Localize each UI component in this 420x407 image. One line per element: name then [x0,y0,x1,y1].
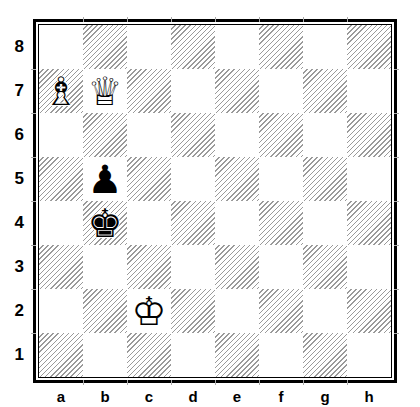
border-tick [31,201,36,202]
border-tick [83,17,84,22]
square-a8[interactable] [39,25,83,69]
square-g4[interactable] [303,201,347,245]
piece-white-bishop[interactable]: ♗ [39,69,83,113]
square-g7[interactable] [303,69,347,113]
border-tick [127,17,128,22]
rank-label-2: 2 [0,289,28,333]
rank-label-6: 6 [0,113,28,157]
border-tick [31,245,36,246]
border-tick [31,113,36,114]
square-h3[interactable] [347,245,391,289]
square-a5[interactable] [39,157,83,201]
square-g3[interactable] [303,245,347,289]
square-d8[interactable] [171,25,215,69]
square-e3[interactable] [215,245,259,289]
square-g8[interactable] [303,25,347,69]
border-tick [215,380,216,385]
square-b4[interactable]: ♚ [83,201,127,245]
square-g5[interactable] [303,157,347,201]
border-tick [31,157,36,158]
file-label-e: e [215,386,259,406]
piece-white-queen[interactable]: ♕ [83,69,127,113]
border-tick [394,201,399,202]
rank-label-1: 1 [0,333,28,377]
border-tick [394,113,399,114]
square-a3[interactable] [39,245,83,289]
square-b2[interactable] [83,289,127,333]
file-label-h: h [347,386,391,406]
square-h6[interactable] [347,113,391,157]
square-h5[interactable] [347,157,391,201]
square-f8[interactable] [259,25,303,69]
square-c5[interactable] [127,157,171,201]
square-f6[interactable] [259,113,303,157]
border-tick [303,17,304,22]
border-tick [127,380,128,385]
square-a2[interactable] [39,289,83,333]
square-g1[interactable] [303,333,347,377]
file-labels: abcdefgh [39,386,391,406]
rank-label-8: 8 [0,25,28,69]
file-label-d: d [171,386,215,406]
border-tick [31,69,36,70]
file-label-f: f [259,386,303,406]
square-g6[interactable] [303,113,347,157]
piece-black-pawn[interactable]: ♟ [83,157,127,201]
square-d4[interactable] [171,201,215,245]
square-h8[interactable] [347,25,391,69]
file-label-g: g [303,386,347,406]
rank-label-4: 4 [0,201,28,245]
file-label-c: c [127,386,171,406]
border-tick [31,333,36,334]
square-c7[interactable] [127,69,171,113]
board-frame: ♗♕♟♚♔ [33,19,397,383]
square-b8[interactable] [83,25,127,69]
square-f4[interactable] [259,201,303,245]
border-tick [171,17,172,22]
border-tick [394,69,399,70]
border-tick [171,380,172,385]
square-c4[interactable] [127,201,171,245]
border-tick [394,157,399,158]
square-h1[interactable] [347,333,391,377]
border-tick [394,289,399,290]
square-f2[interactable] [259,289,303,333]
square-a4[interactable] [39,201,83,245]
piece-black-king[interactable]: ♚ [83,201,127,245]
chess-diagram: 87654321 ♗♕♟♚♔ abcdefgh [0,0,420,407]
border-tick [83,380,84,385]
border-tick [347,380,348,385]
square-f3[interactable] [259,245,303,289]
square-b3[interactable] [83,245,127,289]
border-tick [31,289,36,290]
square-g2[interactable] [303,289,347,333]
square-d7[interactable] [171,69,215,113]
file-label-b: b [83,386,127,406]
square-e6[interactable] [215,113,259,157]
square-c3[interactable] [127,245,171,289]
border-tick [394,333,399,334]
square-a6[interactable] [39,113,83,157]
square-h7[interactable] [347,69,391,113]
rank-label-3: 3 [0,245,28,289]
square-b6[interactable] [83,113,127,157]
square-d2[interactable] [171,289,215,333]
square-e1[interactable] [215,333,259,377]
square-b7[interactable]: ♕ [83,69,127,113]
square-d3[interactable] [171,245,215,289]
square-c1[interactable] [127,333,171,377]
rank-label-5: 5 [0,157,28,201]
square-c8[interactable] [127,25,171,69]
square-e4[interactable] [215,201,259,245]
square-h4[interactable] [347,201,391,245]
border-tick [259,17,260,22]
square-d6[interactable] [171,113,215,157]
square-d5[interactable] [171,157,215,201]
square-a1[interactable] [39,333,83,377]
square-c2[interactable]: ♔ [127,289,171,333]
border-tick [259,380,260,385]
square-f1[interactable] [259,333,303,377]
square-f7[interactable] [259,69,303,113]
rank-label-7: 7 [0,69,28,113]
border-tick [303,380,304,385]
border-tick [394,245,399,246]
border-tick [347,17,348,22]
border-tick [215,17,216,22]
square-b1[interactable] [83,333,127,377]
piece-white-king[interactable]: ♔ [127,289,171,333]
file-label-a: a [39,386,83,406]
square-e8[interactable] [215,25,259,69]
rank-labels: 87654321 [0,25,28,377]
square-f5[interactable] [259,157,303,201]
board-grid[interactable]: ♗♕♟♚♔ [38,24,392,378]
square-a7[interactable]: ♗ [39,69,83,113]
square-h2[interactable] [347,289,391,333]
square-b5[interactable]: ♟ [83,157,127,201]
square-d1[interactable] [171,333,215,377]
square-c6[interactable] [127,113,171,157]
square-e7[interactable] [215,69,259,113]
square-e5[interactable] [215,157,259,201]
square-e2[interactable] [215,289,259,333]
